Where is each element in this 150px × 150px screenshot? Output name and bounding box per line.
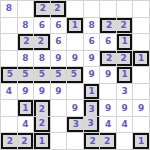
cell-r8c1[interactable]: 2 — [18, 133, 34, 149]
cell-r7c4[interactable]: 3 — [67, 117, 83, 133]
cell-r1c8[interactable] — [133, 18, 149, 34]
cell-r5c5[interactable]: 1 — [84, 84, 100, 100]
cell-r3c4[interactable]: 9 — [67, 51, 83, 67]
cell-r0c3[interactable]: 2 — [51, 1, 67, 17]
cell-r2c4[interactable] — [67, 34, 83, 50]
cell-r8c5[interactable]: 2 — [84, 133, 100, 149]
cell-r2c3[interactable]: 6 — [51, 34, 67, 50]
cell-r8c8[interactable]: 1 — [133, 133, 149, 149]
cell-r7c7[interactable]: 4 — [117, 117, 133, 133]
cell-r6c7[interactable]: 9 — [117, 100, 133, 116]
cell-r3c8[interactable]: 1 — [133, 51, 149, 67]
cell-r0c0[interactable]: 8 — [1, 1, 17, 17]
cell-r5c4[interactable] — [67, 84, 83, 100]
cell-r7c2[interactable]: 2 — [34, 117, 50, 133]
cell-r2c0[interactable] — [1, 34, 17, 50]
cell-r1c1[interactable]: 8 — [18, 18, 34, 34]
cell-r7c1[interactable]: 4 — [18, 117, 34, 133]
cell-r4c7[interactable]: 1 — [117, 67, 133, 83]
cell-r1c3[interactable]: 6 — [51, 18, 67, 34]
cell-r4c3[interactable]: 5 — [51, 67, 67, 83]
cell-r6c8[interactable]: 9 — [133, 100, 149, 116]
cell-r5c1[interactable]: 9 — [18, 84, 34, 100]
cell-r0c6[interactable] — [100, 1, 116, 17]
cell-r4c5[interactable]: 9 — [84, 67, 100, 83]
cell-r1c5[interactable]: 8 — [84, 18, 100, 34]
cell-r0c4[interactable] — [67, 1, 83, 17]
cell-r2c7[interactable]: 1 — [117, 34, 133, 50]
cell-r5c6[interactable] — [100, 84, 116, 100]
cell-r6c3[interactable] — [51, 100, 67, 116]
cell-r5c2[interactable]: 9 — [34, 84, 50, 100]
cell-r8c2[interactable]: 1 — [34, 133, 50, 149]
cell-r4c4[interactable]: 5 — [67, 67, 83, 83]
cell-r3c5[interactable]: 9 — [84, 51, 100, 67]
cell-r1c7[interactable]: 2 — [117, 18, 133, 34]
cell-r4c6[interactable]: 9 — [100, 67, 116, 83]
cell-r7c6[interactable]: 4 — [100, 117, 116, 133]
cell-r0c2[interactable]: 2 — [34, 1, 50, 17]
cell-r5c0[interactable]: 4 — [1, 84, 17, 100]
cell-r6c6[interactable]: 9 — [100, 100, 116, 116]
cell-r1c6[interactable]: 2 — [100, 18, 116, 34]
cell-r6c2[interactable]: 2 — [34, 100, 50, 116]
cell-r3c7[interactable]: 2 — [117, 51, 133, 67]
cell-r1c0[interactable] — [1, 18, 17, 34]
cell-r5c8[interactable] — [133, 84, 149, 100]
cell-r3c0[interactable] — [1, 51, 17, 67]
cell-r5c7[interactable]: 3 — [117, 84, 133, 100]
cell-r3c1[interactable]: 8 — [18, 51, 34, 67]
cell-r0c5[interactable] — [84, 1, 100, 17]
cell-r2c6[interactable]: 6 — [100, 34, 116, 50]
cell-r0c8[interactable] — [133, 1, 149, 17]
cell-r2c2[interactable]: 2 — [34, 34, 50, 50]
cell-r4c1[interactable]: 5 — [18, 67, 34, 83]
cell-r3c6[interactable]: 2 — [100, 51, 116, 67]
cell-r8c6[interactable]: 2 — [100, 133, 116, 149]
cell-r7c3[interactable] — [51, 117, 67, 133]
cell-r6c1[interactable]: 1 — [18, 100, 34, 116]
cell-r2c1[interactable]: 2 — [18, 34, 34, 50]
cell-r3c3[interactable]: 9 — [51, 51, 67, 67]
cell-r8c4[interactable] — [67, 133, 83, 149]
cell-r4c2[interactable]: 5 — [34, 67, 50, 83]
cell-r4c0[interactable]: 5 — [1, 67, 17, 83]
cell-r0c1[interactable] — [18, 1, 34, 17]
cell-r0c7[interactable] — [117, 1, 133, 17]
cell-r6c0[interactable] — [1, 100, 17, 116]
cell-r1c4[interactable]: 1 — [67, 18, 83, 34]
cell-r8c7[interactable] — [117, 133, 133, 149]
cell-r1c2[interactable]: 6 — [34, 18, 50, 34]
cell-r5c3[interactable]: 9 — [51, 84, 67, 100]
cell-r7c0[interactable] — [1, 117, 17, 133]
cell-r6c4[interactable]: 9 — [67, 100, 83, 116]
cell-r7c8[interactable] — [133, 117, 149, 133]
cell-r2c5[interactable]: 6 — [84, 34, 100, 50]
cell-r2c8[interactable] — [133, 34, 149, 50]
cell-r6c5[interactable]: 3 — [84, 100, 100, 116]
cell-r8c0[interactable]: 2 — [1, 133, 17, 149]
cell-r8c3[interactable] — [51, 133, 67, 149]
filling-board: 8228661822226661889992215555599149991312… — [0, 0, 150, 150]
cell-r7c5[interactable]: 3 — [84, 117, 100, 133]
cell-r3c2[interactable]: 8 — [34, 51, 50, 67]
cell-r4c8[interactable] — [133, 67, 149, 83]
